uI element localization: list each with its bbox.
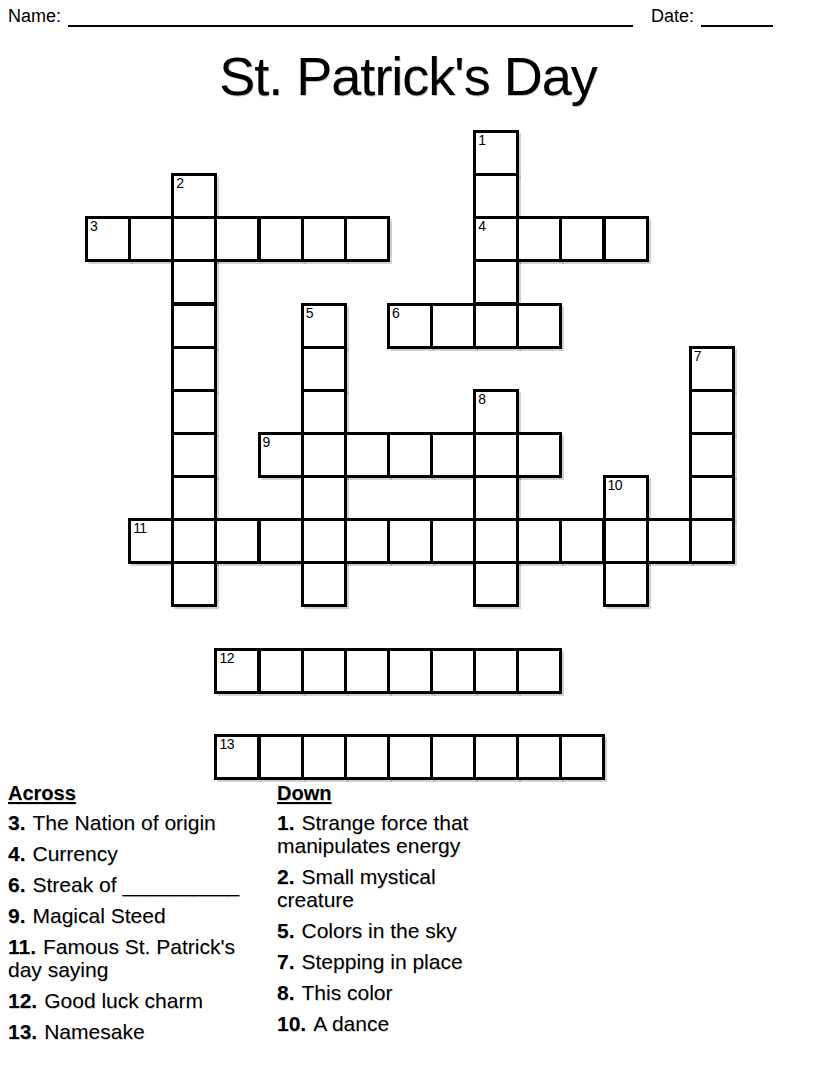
cell-r4c2[interactable] (171, 303, 217, 349)
cell-r14c10[interactable] (516, 734, 562, 780)
down-clue-2: 2.Small mystical creature (277, 865, 507, 911)
clue-number: 11. (8, 935, 36, 958)
clue-number: 1. (277, 811, 295, 834)
cell-r2c11[interactable] (559, 216, 605, 262)
across-clue-4: 4.Currency (8, 842, 254, 865)
clue-number: 9. (8, 904, 26, 927)
across-clue-list: 3.The Nation of origin4.Currency6.Streak… (8, 811, 254, 1043)
cell-r10c2[interactable] (171, 561, 217, 607)
cell-r2c10[interactable] (516, 216, 562, 262)
cell-r7c4-num-9[interactable]: 9 (258, 432, 304, 478)
cell-r12c8[interactable] (430, 648, 476, 694)
cell-r2c1[interactable] (128, 216, 174, 262)
cell-r4c8[interactable] (430, 303, 476, 349)
clue-number: 4. (8, 842, 26, 865)
cell-r4c10[interactable] (516, 303, 562, 349)
cell-r9c12[interactable] (603, 518, 649, 564)
cell-r2c9-num-4[interactable]: 4 (473, 216, 519, 262)
cell-r8c5[interactable] (301, 475, 347, 521)
cell-r12c9[interactable] (473, 648, 519, 694)
cell-r2c0-num-3[interactable]: 3 (85, 216, 131, 262)
clue-number: 3. (8, 811, 26, 834)
cell-r8c2[interactable] (171, 475, 217, 521)
cell-r14c9[interactable] (473, 734, 519, 780)
cell-r8c12-num-10[interactable]: 10 (603, 475, 649, 521)
clue-number: 8. (277, 981, 295, 1004)
cell-r2c6[interactable] (344, 216, 390, 262)
cell-r2c4[interactable] (258, 216, 304, 262)
down-clue-10: 10.A dance (277, 1012, 507, 1035)
cell-r7c9[interactable] (473, 432, 519, 478)
clue-number: 2. (277, 865, 295, 888)
clue-text: Good luck charm (44, 989, 203, 1012)
down-clue-7: 7.Stepping in place (277, 950, 507, 973)
cell-r10c9[interactable] (473, 561, 519, 607)
clue-text: Currency (33, 842, 118, 865)
cell-number: 13 (219, 737, 234, 752)
cell-r1c9[interactable] (473, 173, 519, 219)
cell-r2c5[interactable] (301, 216, 347, 262)
cell-r14c8[interactable] (430, 734, 476, 780)
cell-r12c10[interactable] (516, 648, 562, 694)
cell-r12c3-num-12[interactable]: 12 (214, 648, 260, 694)
cell-r7c8[interactable] (430, 432, 476, 478)
cell-r6c9-num-8[interactable]: 8 (473, 389, 519, 435)
down-clue-list: 1.Strange force that manipulates energy2… (277, 811, 507, 1035)
cell-r9c8[interactable] (430, 518, 476, 564)
cell-r9c13[interactable] (646, 518, 692, 564)
clue-text: Famous St. Patrick's day saying (8, 935, 235, 981)
cell-number: 3 (90, 219, 97, 234)
clue-number: 6. (8, 873, 26, 896)
cell-number: 10 (608, 478, 623, 493)
cell-r14c3-num-13[interactable]: 13 (214, 734, 260, 780)
cell-r2c2[interactable] (171, 216, 217, 262)
cell-r10c5[interactable] (301, 561, 347, 607)
clue-number: 7. (277, 950, 295, 973)
cell-r5c5[interactable] (301, 346, 347, 392)
cell-number: 6 (392, 306, 399, 321)
across-clue-12: 12.Good luck charm (8, 989, 254, 1012)
cell-r12c7[interactable] (387, 648, 433, 694)
cell-r9c5[interactable] (301, 518, 347, 564)
cell-number: 11 (133, 521, 147, 536)
clue-text: Streak of __________ (33, 873, 240, 896)
cell-r9c11[interactable] (559, 518, 605, 564)
cell-r3c2[interactable] (171, 259, 217, 305)
across-heading: Across (8, 782, 254, 805)
clue-text: A dance (313, 1012, 389, 1035)
cell-number: 4 (478, 219, 485, 234)
cell-r9c2[interactable] (171, 518, 217, 564)
cell-r5c14-num-7[interactable]: 7 (689, 346, 735, 392)
cell-r9c14[interactable] (689, 518, 735, 564)
cell-r7c6[interactable] (344, 432, 390, 478)
across-clues-section: Across 3.The Nation of origin4.Currency6… (8, 782, 254, 1051)
cell-number: 9 (263, 435, 270, 450)
cell-r14c11[interactable] (559, 734, 605, 780)
cell-r12c5[interactable] (301, 648, 347, 694)
down-clue-5: 5.Colors in the sky (277, 919, 507, 942)
clue-text: Colors in the sky (302, 919, 457, 942)
cell-number: 7 (694, 349, 701, 364)
across-clue-13: 13.Namesake (8, 1020, 254, 1043)
cell-number: 1 (478, 133, 485, 148)
cell-r12c6[interactable] (344, 648, 390, 694)
cell-r12c4[interactable] (258, 648, 304, 694)
cell-r9c6[interactable] (344, 518, 390, 564)
cell-r14c4[interactable] (258, 734, 304, 780)
across-clue-3: 3.The Nation of origin (8, 811, 254, 834)
cell-r9c3[interactable] (214, 518, 260, 564)
cell-r6c14[interactable] (689, 389, 735, 435)
cell-number: 12 (219, 651, 234, 666)
across-clue-9: 9.Magical Steed (8, 904, 254, 927)
cell-r7c7[interactable] (387, 432, 433, 478)
cell-r7c5[interactable] (301, 432, 347, 478)
down-heading: Down (277, 782, 507, 805)
cell-r5c2[interactable] (171, 346, 217, 392)
cell-r8c14[interactable] (689, 475, 735, 521)
cell-r9c10[interactable] (516, 518, 562, 564)
clue-text: Stepping in place (302, 950, 463, 973)
down-clue-8: 8.This color (277, 981, 507, 1004)
cell-r3c9[interactable] (473, 259, 519, 305)
down-clues-section: Down 1.Strange force that manipulates en… (277, 782, 507, 1043)
cell-r4c5-num-5[interactable]: 5 (301, 303, 347, 349)
cell-number: 2 (176, 176, 183, 191)
cell-r8c9[interactable] (473, 475, 519, 521)
cell-r10c12[interactable] (603, 561, 649, 607)
cell-r7c14[interactable] (689, 432, 735, 478)
cell-r7c2[interactable] (171, 432, 217, 478)
cell-r9c7[interactable] (387, 518, 433, 564)
clue-number: 12. (8, 989, 37, 1012)
clue-text: The Nation of origin (33, 811, 216, 834)
cell-r7c10[interactable] (516, 432, 562, 478)
cell-r4c9[interactable] (473, 303, 519, 349)
clue-text: Magical Steed (33, 904, 166, 927)
cell-r4c7-num-6[interactable]: 6 (387, 303, 433, 349)
cell-r9c9[interactable] (473, 518, 519, 564)
cell-r9c1-num-11[interactable]: 11 (128, 518, 174, 564)
clue-number: 13. (8, 1020, 37, 1043)
cell-number: 8 (478, 392, 485, 407)
cell-r2c3[interactable] (214, 216, 260, 262)
cell-r0c9-num-1[interactable]: 1 (473, 130, 519, 176)
clue-text: Namesake (44, 1020, 144, 1043)
down-clue-1: 1.Strange force that manipulates energy (277, 811, 507, 857)
clue-text: Small mystical creature (277, 865, 436, 911)
cell-r9c4[interactable] (258, 518, 304, 564)
across-clue-11: 11.Famous St. Patrick's day saying (8, 935, 254, 981)
cell-r6c2[interactable] (171, 389, 217, 435)
cell-r14c7[interactable] (387, 734, 433, 780)
clue-text: Strange force that manipulates energy (277, 811, 468, 857)
cell-r1c2-num-2[interactable]: 2 (171, 173, 217, 219)
clue-number: 5. (277, 919, 295, 942)
cell-r14c5[interactable] (301, 734, 347, 780)
cell-r6c5[interactable] (301, 389, 347, 435)
clue-number: 10. (277, 1012, 306, 1035)
clue-text: This color (302, 981, 393, 1004)
cell-r14c6[interactable] (344, 734, 390, 780)
cell-r2c12[interactable] (603, 216, 649, 262)
across-clue-6: 6.Streak of __________ (8, 873, 254, 896)
cell-number: 5 (306, 306, 313, 321)
